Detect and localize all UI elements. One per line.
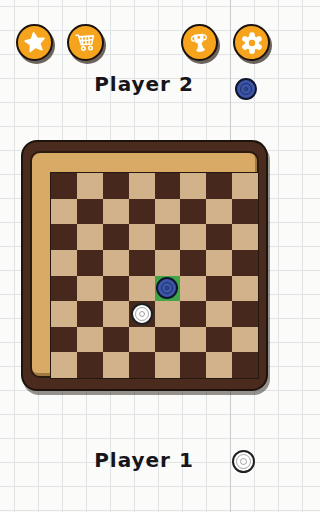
square-c6[interactable] — [103, 224, 129, 250]
player1-piece-icon — [232, 450, 255, 473]
board-inner-border — [30, 151, 259, 378]
square-b3[interactable] — [77, 301, 103, 327]
square-f3[interactable] — [180, 301, 206, 327]
square-h5[interactable] — [232, 250, 258, 276]
square-b6[interactable] — [77, 224, 103, 250]
shop-button[interactable] — [67, 24, 104, 61]
trophy-icon — [187, 30, 212, 55]
square-a5[interactable] — [51, 250, 77, 276]
square-e3[interactable] — [155, 301, 181, 327]
square-d7[interactable] — [129, 199, 155, 225]
square-e8[interactable] — [155, 173, 181, 199]
square-d6[interactable] — [129, 224, 155, 250]
square-f2[interactable] — [180, 327, 206, 353]
square-g1[interactable] — [206, 352, 232, 378]
square-h8[interactable] — [232, 173, 258, 199]
square-a3[interactable] — [51, 301, 77, 327]
square-c4[interactable] — [103, 276, 129, 302]
white-checker-d3[interactable] — [131, 303, 153, 325]
square-g5[interactable] — [206, 250, 232, 276]
square-e6[interactable] — [155, 224, 181, 250]
square-e7[interactable] — [155, 199, 181, 225]
square-h6[interactable] — [232, 224, 258, 250]
square-c8[interactable] — [103, 173, 129, 199]
square-f5[interactable] — [180, 250, 206, 276]
player2-piece-icon — [235, 78, 257, 100]
square-c2[interactable] — [103, 327, 129, 353]
square-b4[interactable] — [77, 276, 103, 302]
square-e2[interactable] — [155, 327, 181, 353]
square-d4[interactable] — [129, 276, 155, 302]
square-d1[interactable] — [129, 352, 155, 378]
square-h1[interactable] — [232, 352, 258, 378]
square-h7[interactable] — [232, 199, 258, 225]
board-grid — [50, 172, 259, 379]
square-f7[interactable] — [180, 199, 206, 225]
square-a1[interactable] — [51, 352, 77, 378]
square-f8[interactable] — [180, 173, 206, 199]
gear-icon — [239, 30, 265, 56]
square-g3[interactable] — [206, 301, 232, 327]
square-b8[interactable] — [77, 173, 103, 199]
square-d3[interactable] — [129, 301, 155, 327]
square-c3[interactable] — [103, 301, 129, 327]
square-h4[interactable] — [232, 276, 258, 302]
square-f6[interactable] — [180, 224, 206, 250]
square-d8[interactable] — [129, 173, 155, 199]
square-h2[interactable] — [232, 327, 258, 353]
square-a7[interactable] — [51, 199, 77, 225]
square-g2[interactable] — [206, 327, 232, 353]
square-a4[interactable] — [51, 276, 77, 302]
square-g8[interactable] — [206, 173, 232, 199]
achievements-button[interactable] — [181, 24, 218, 61]
square-b7[interactable] — [77, 199, 103, 225]
square-e5[interactable] — [155, 250, 181, 276]
star-button[interactable] — [16, 24, 53, 61]
square-b1[interactable] — [77, 352, 103, 378]
board-frame — [21, 140, 268, 391]
square-a6[interactable] — [51, 224, 77, 250]
square-g7[interactable] — [206, 199, 232, 225]
square-b5[interactable] — [77, 250, 103, 276]
square-c7[interactable] — [103, 199, 129, 225]
square-h3[interactable] — [232, 301, 258, 327]
square-f4[interactable] — [180, 276, 206, 302]
square-g6[interactable] — [206, 224, 232, 250]
star-icon — [22, 30, 48, 56]
square-a8[interactable] — [51, 173, 77, 199]
square-g4[interactable] — [206, 276, 232, 302]
square-c1[interactable] — [103, 352, 129, 378]
square-c5[interactable] — [103, 250, 129, 276]
cart-icon — [73, 30, 98, 55]
blue-checker-e4[interactable] — [156, 277, 178, 299]
square-d5[interactable] — [129, 250, 155, 276]
square-f1[interactable] — [180, 352, 206, 378]
square-d2[interactable] — [129, 327, 155, 353]
checkers-app-screen: { "game": "checkers (draughts), 8x8 boar… — [0, 0, 288, 512]
square-b2[interactable] — [77, 327, 103, 353]
square-e1[interactable] — [155, 352, 181, 378]
settings-button[interactable] — [233, 24, 270, 61]
square-a2[interactable] — [51, 327, 77, 353]
square-e4[interactable] — [155, 276, 181, 302]
